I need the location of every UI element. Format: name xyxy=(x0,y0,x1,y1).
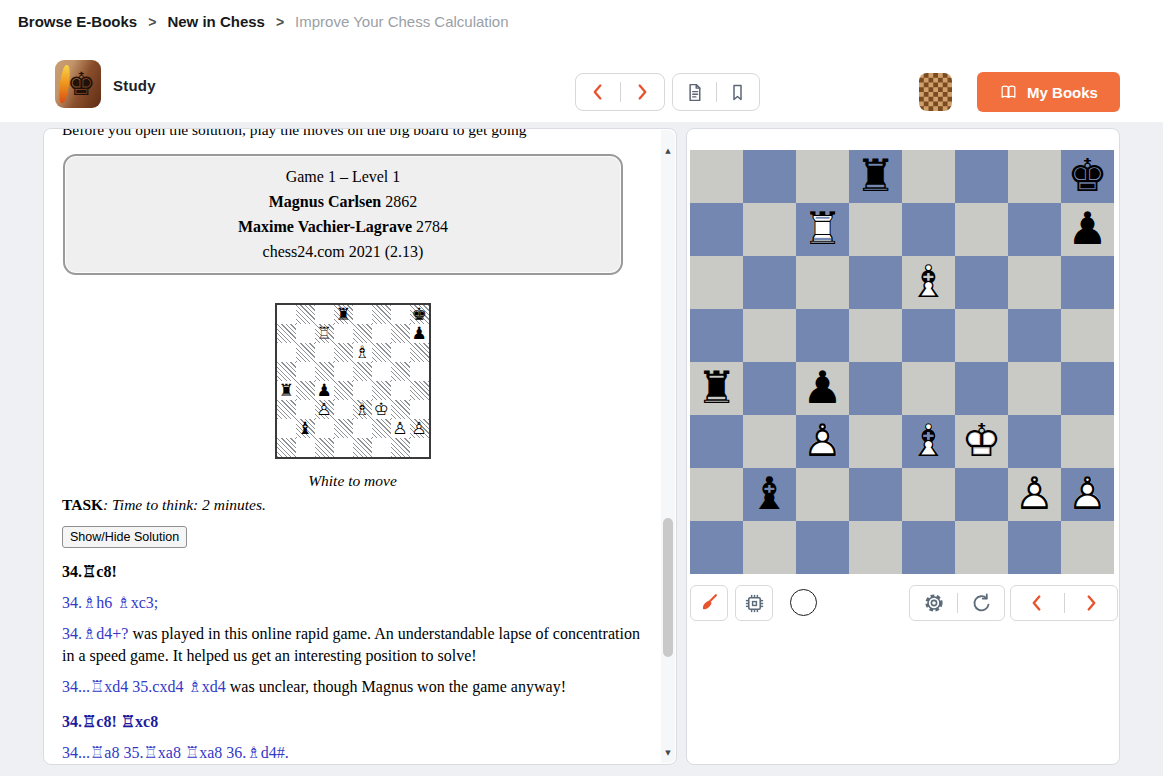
square-h3 xyxy=(410,400,429,419)
square-f5 xyxy=(372,362,391,381)
white-pawn: ♙ xyxy=(1008,468,1061,521)
reading-pane-scrollbar[interactable]: ▲ ▼ xyxy=(661,130,675,763)
chess-board[interactable]: ♜♚♜♖♟♝♗♜♟♟♙♝♗♚♔♝♟♙♟♙ xyxy=(690,150,1114,574)
square-d1[interactable] xyxy=(849,521,902,574)
breadcrumb-current-book: Improve Your Chess Calculation xyxy=(295,13,508,30)
square-b7[interactable] xyxy=(743,203,796,256)
flip-board-button[interactable] xyxy=(970,592,993,615)
paintbrush-button[interactable] xyxy=(690,585,728,621)
move-text[interactable]: 34.♗d4+? xyxy=(62,625,128,642)
move-text[interactable]: 34...♖xd4 35.cxd4 ♗xd4 xyxy=(62,678,226,695)
square-g4 xyxy=(391,381,410,400)
square-h3[interactable] xyxy=(1061,415,1114,468)
document-tools-group xyxy=(672,73,760,111)
diagram-board: ♜♚♜♖♟♝♗♜♟♟♙♝♗♚♔♝♟♙♟♙ xyxy=(275,303,431,459)
square-d8[interactable]: ♜ xyxy=(849,150,902,203)
square-f3[interactable]: ♚♔ xyxy=(955,415,1008,468)
breadcrumb-separator-icon: > xyxy=(276,14,284,30)
square-h4[interactable] xyxy=(1061,362,1114,415)
move-text[interactable]: 34...♖a8 35.♖xa8 ♖xa8 36.♗d4#. xyxy=(62,744,289,761)
user-avatar-checkerboard[interactable] xyxy=(919,73,952,111)
divider xyxy=(620,82,621,102)
square-e7[interactable] xyxy=(902,203,955,256)
square-b4[interactable] xyxy=(743,362,796,415)
square-c1 xyxy=(315,438,334,457)
black-pawn: ♟ xyxy=(315,381,334,400)
square-h6 xyxy=(410,343,429,362)
black-rook: ♜ xyxy=(849,150,902,203)
engine-chip-icon xyxy=(743,592,766,615)
board-pane: ♜♚♜♖♟♝♗♜♟♟♙♝♗♚♔♝♟♙♟♙ xyxy=(686,128,1120,765)
square-e1 xyxy=(353,438,372,457)
square-d1 xyxy=(334,438,353,457)
reading-pane: Before you open the solution, play the m… xyxy=(43,128,677,765)
move-line: 34.♖c8! xyxy=(62,561,641,583)
square-f4[interactable] xyxy=(955,362,1008,415)
square-a1 xyxy=(277,438,296,457)
my-books-button[interactable]: My Books xyxy=(977,72,1120,112)
page-nav-group xyxy=(575,73,665,111)
square-h8[interactable]: ♚ xyxy=(1061,150,1114,203)
square-a2[interactable] xyxy=(690,468,743,521)
board-toolbar xyxy=(690,585,1118,621)
black-pawn: ♟ xyxy=(796,362,849,415)
square-b2[interactable]: ♝ xyxy=(743,468,796,521)
square-g8 xyxy=(391,305,410,324)
reader-header: ♚ Study My Books xyxy=(0,52,1163,122)
square-h4 xyxy=(410,381,429,400)
content-region: Before you open the solution, play the m… xyxy=(0,122,1163,776)
square-d3[interactable] xyxy=(849,415,902,468)
paintbrush-icon xyxy=(698,592,720,614)
solution-moves: 34.♖c8!34.♗h6 ♗xc3;34.♗d4+? was played i… xyxy=(62,561,641,765)
move-line: 34.♗h6 ♗xc3; xyxy=(62,592,641,614)
square-c3[interactable]: ♟♙ xyxy=(796,415,849,468)
square-c6[interactable] xyxy=(796,256,849,309)
square-a7[interactable] xyxy=(690,203,743,256)
square-h1[interactable] xyxy=(1061,521,1114,574)
prev-page-button[interactable] xyxy=(587,81,609,103)
square-a3 xyxy=(277,400,296,419)
square-b1[interactable] xyxy=(743,521,796,574)
square-g1 xyxy=(391,438,410,457)
scrollbar-thumb[interactable] xyxy=(663,518,673,657)
white-pawn: ♙ xyxy=(1061,468,1114,521)
black-pawn: ♟ xyxy=(410,324,429,343)
move-line: 34.♖c8! ♖xc8 xyxy=(62,711,641,733)
square-a1[interactable] xyxy=(690,521,743,574)
square-d3 xyxy=(334,400,353,419)
square-g6[interactable] xyxy=(1008,256,1061,309)
breadcrumb-browse-ebooks[interactable]: Browse E-Books xyxy=(18,13,137,30)
square-e4 xyxy=(353,381,372,400)
square-e2 xyxy=(353,419,372,438)
square-e6: ♝♗ xyxy=(353,343,372,362)
square-d7 xyxy=(334,324,353,343)
square-e3: ♝♗ xyxy=(353,400,372,419)
clipped-text-line: Before you open the solution, play the m… xyxy=(44,129,661,142)
white-pawn: ♙ xyxy=(796,415,849,468)
square-c5 xyxy=(315,362,334,381)
white-rook: ♖ xyxy=(796,203,849,256)
black-bishop: ♝ xyxy=(296,419,315,438)
annotation-text: was played in this online rapid game. An… xyxy=(62,625,640,664)
divider xyxy=(716,82,717,102)
show-hide-solution-button[interactable]: Show/Hide Solution xyxy=(62,526,187,548)
square-d6 xyxy=(334,343,353,362)
move-text[interactable]: 34.♖c8! xyxy=(62,563,117,580)
black-rook: ♜ xyxy=(277,381,296,400)
square-f8 xyxy=(372,305,391,324)
square-h1 xyxy=(410,438,429,457)
square-c8[interactable] xyxy=(796,150,849,203)
square-c7: ♜♖ xyxy=(315,324,334,343)
scroll-down-icon[interactable]: ▼ xyxy=(661,749,675,757)
move-line: 34...♖a8 35.♖xa8 ♖xa8 36.♗d4#. xyxy=(62,742,641,764)
diagram-caption: White to move xyxy=(44,472,661,490)
square-e6[interactable]: ♝♗ xyxy=(902,256,955,309)
square-a4: ♜ xyxy=(277,381,296,400)
square-f1[interactable] xyxy=(955,521,1008,574)
square-f2[interactable] xyxy=(955,468,1008,521)
square-d7[interactable] xyxy=(849,203,902,256)
game-level-line: Game 1 – Level 1 xyxy=(71,164,615,189)
square-e5[interactable] xyxy=(902,309,955,362)
square-a7 xyxy=(277,324,296,343)
square-b8 xyxy=(296,305,315,324)
scroll-up-icon[interactable]: ▲ xyxy=(661,147,675,155)
move-line: 34.♗d4+? was played in this online rapid… xyxy=(62,623,641,667)
white-bishop: ♗ xyxy=(902,256,955,309)
square-a3[interactable] xyxy=(690,415,743,468)
white-bishop: ♗ xyxy=(353,343,372,362)
square-h2[interactable]: ♟♙ xyxy=(1061,468,1114,521)
square-b7 xyxy=(296,324,315,343)
square-e4[interactable] xyxy=(902,362,955,415)
square-d8: ♜ xyxy=(334,305,353,324)
square-c4[interactable]: ♟ xyxy=(796,362,849,415)
king-art-icon: ♚ xyxy=(67,67,96,101)
white-king: ♔ xyxy=(955,415,1008,468)
task-label: TASK xyxy=(62,496,103,513)
square-g3 xyxy=(391,400,410,419)
breadcrumb-new-in-chess[interactable]: New in Chess xyxy=(167,13,265,30)
square-g7[interactable] xyxy=(1008,203,1061,256)
square-b1 xyxy=(296,438,315,457)
square-f5[interactable] xyxy=(955,309,1008,362)
square-b5 xyxy=(296,362,315,381)
square-g7 xyxy=(391,324,410,343)
square-c2[interactable] xyxy=(796,468,849,521)
white-pawn: ♙ xyxy=(410,419,429,438)
settings-gear-icon xyxy=(922,591,946,615)
bookmark-button[interactable] xyxy=(727,82,748,103)
square-b8[interactable] xyxy=(743,150,796,203)
square-a4[interactable]: ♜ xyxy=(690,362,743,415)
square-c2 xyxy=(315,419,334,438)
square-b6[interactable] xyxy=(743,256,796,309)
white-bishop: ♗ xyxy=(902,415,955,468)
black-player-line: Maxime Vachier-Lagrave 2784 xyxy=(71,214,615,239)
square-c6 xyxy=(315,343,334,362)
square-g5[interactable] xyxy=(1008,309,1061,362)
square-h5[interactable] xyxy=(1061,309,1114,362)
white-player-line: Magnus Carlsen 2862 xyxy=(71,189,615,214)
square-g1[interactable] xyxy=(1008,521,1061,574)
square-e5 xyxy=(353,362,372,381)
square-h5 xyxy=(410,362,429,381)
white-rook: ♖ xyxy=(315,324,334,343)
square-g2[interactable]: ♟♙ xyxy=(1008,468,1061,521)
engine-status-circle xyxy=(790,589,817,616)
black-rook: ♜ xyxy=(690,362,743,415)
square-b3 xyxy=(296,400,315,419)
square-e1[interactable] xyxy=(902,521,955,574)
square-g5 xyxy=(391,362,410,381)
square-c8 xyxy=(315,305,334,324)
divider xyxy=(957,593,958,613)
square-d2[interactable] xyxy=(849,468,902,521)
square-a5[interactable] xyxy=(690,309,743,362)
previous-move-button[interactable] xyxy=(1026,592,1048,614)
black-rook: ♜ xyxy=(334,305,353,324)
game-header-box: Game 1 – Level 1 Magnus Carlsen 2862 Max… xyxy=(63,154,623,275)
move-nav-group xyxy=(1010,585,1118,621)
square-a6[interactable] xyxy=(690,256,743,309)
square-f4 xyxy=(372,381,391,400)
square-f6[interactable] xyxy=(955,256,1008,309)
engine-button[interactable] xyxy=(735,585,773,621)
square-c1[interactable] xyxy=(796,521,849,574)
square-e3[interactable]: ♝♗ xyxy=(902,415,955,468)
page-title: Study xyxy=(113,77,156,94)
next-move-button[interactable] xyxy=(1080,592,1102,614)
move-line: 34...♖xd4 35.cxd4 ♗xd4 was unclear, thou… xyxy=(62,676,641,698)
square-b4 xyxy=(296,381,315,400)
black-pawn: ♟ xyxy=(1061,203,1114,256)
square-e8 xyxy=(353,305,372,324)
square-f1 xyxy=(372,438,391,457)
square-f7[interactable] xyxy=(955,203,1008,256)
book-cover-thumbnail[interactable]: ♚ xyxy=(55,60,101,108)
square-a6 xyxy=(277,343,296,362)
square-h6[interactable] xyxy=(1061,256,1114,309)
square-d5[interactable] xyxy=(849,309,902,362)
white-pawn: ♙ xyxy=(391,419,410,438)
settings-button[interactable] xyxy=(922,591,946,615)
square-b3[interactable] xyxy=(743,415,796,468)
task-text: : Time to think: 2 minutes. xyxy=(103,496,266,513)
square-f7 xyxy=(372,324,391,343)
black-king: ♚ xyxy=(1061,150,1114,203)
square-e8[interactable] xyxy=(902,150,955,203)
square-f2 xyxy=(372,419,391,438)
square-h7[interactable]: ♟ xyxy=(1061,203,1114,256)
square-d4[interactable] xyxy=(849,362,902,415)
square-b2: ♝ xyxy=(296,419,315,438)
black-king: ♚ xyxy=(410,305,429,324)
square-h2: ♟♙ xyxy=(410,419,429,438)
next-page-button[interactable] xyxy=(631,81,653,103)
square-a8 xyxy=(277,305,296,324)
square-g8[interactable] xyxy=(1008,150,1061,203)
flip-board-icon xyxy=(970,592,993,615)
move-text[interactable]: 34.♗h6 ♗xc3; xyxy=(62,594,158,611)
square-c7[interactable]: ♜♖ xyxy=(796,203,849,256)
square-c3: ♟♙ xyxy=(315,400,334,419)
square-g6 xyxy=(391,343,410,362)
contents-document-button[interactable] xyxy=(684,82,705,103)
square-f6 xyxy=(372,343,391,362)
task-line: TASK: Time to think: 2 minutes. xyxy=(62,496,643,514)
square-b5[interactable] xyxy=(743,309,796,362)
my-books-label: My Books xyxy=(1027,84,1098,101)
square-c4: ♟ xyxy=(315,381,334,400)
square-d4 xyxy=(334,381,353,400)
square-b6 xyxy=(296,343,315,362)
annotation-text: was unclear, though Magnus won the game … xyxy=(226,678,566,695)
square-d2 xyxy=(334,419,353,438)
black-bishop: ♝ xyxy=(743,468,796,521)
square-c5[interactable] xyxy=(796,309,849,362)
square-g2: ♟♙ xyxy=(391,419,410,438)
square-d5 xyxy=(334,362,353,381)
square-a2 xyxy=(277,419,296,438)
board-settings-group xyxy=(909,585,1005,621)
square-f3: ♚♔ xyxy=(372,400,391,419)
square-g3[interactable] xyxy=(1008,415,1061,468)
white-pawn: ♙ xyxy=(315,400,334,419)
square-f8[interactable] xyxy=(955,150,1008,203)
square-d6[interactable] xyxy=(849,256,902,309)
square-a5 xyxy=(277,362,296,381)
open-book-icon xyxy=(999,83,1018,102)
square-e2[interactable] xyxy=(902,468,955,521)
square-h8: ♚ xyxy=(410,305,429,324)
event-line: chess24.com 2021 (2.13) xyxy=(71,239,615,264)
move-text[interactable]: 34.♖c8! ♖xc8 xyxy=(62,713,158,730)
breadcrumb: Browse E-Books > New in Chess > Improve … xyxy=(18,13,509,30)
white-bishop: ♗ xyxy=(353,400,372,419)
square-g4[interactable] xyxy=(1008,362,1061,415)
square-a8[interactable] xyxy=(690,150,743,203)
white-king: ♔ xyxy=(372,400,391,419)
square-h7: ♟ xyxy=(410,324,429,343)
square-e7 xyxy=(353,324,372,343)
breadcrumb-separator-icon: > xyxy=(148,14,156,30)
divider xyxy=(1064,593,1065,613)
